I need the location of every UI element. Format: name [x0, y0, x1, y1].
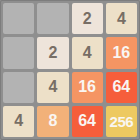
tile-4-r4c1: 4	[3, 106, 34, 137]
tile-256-r4c4: 256	[106, 106, 137, 137]
tile-4-r1c4: 4	[106, 3, 137, 34]
tile-4-r3c2: 4	[37, 72, 68, 103]
tile-16-r2c4: 16	[106, 37, 137, 68]
tile-64-r4c3: 64	[72, 106, 103, 137]
tile-64-r3c4: 64	[106, 72, 137, 103]
tile-4-r2c3: 4	[72, 37, 103, 68]
empty-cell-r1c1	[3, 3, 34, 34]
tile-2-r1c3: 2	[72, 3, 103, 34]
tile-16-r3c3: 16	[72, 72, 103, 103]
empty-cell-r2c1	[3, 37, 34, 68]
empty-cell-r3c1	[3, 72, 34, 103]
2048-board[interactable]: 242416416644864256	[0, 0, 140, 140]
tile-8-r4c2: 8	[37, 106, 68, 137]
tile-2-r2c2: 2	[37, 37, 68, 68]
empty-cell-r1c2	[37, 3, 68, 34]
